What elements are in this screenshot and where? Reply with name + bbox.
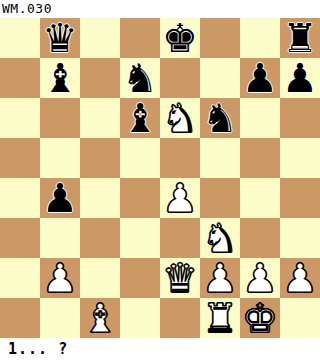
white-pawn-icon: ♟	[162, 178, 198, 218]
square-g5[interactable]	[240, 138, 280, 178]
puzzle-id: WM.030	[2, 1, 52, 16]
square-e2[interactable]: ♛	[160, 258, 200, 298]
square-f1[interactable]: ♜	[200, 298, 240, 338]
black-bishop-icon: ♝	[122, 98, 158, 138]
square-g6[interactable]	[240, 98, 280, 138]
black-pawn-icon: ♟	[282, 58, 318, 98]
square-f2[interactable]: ♟	[200, 258, 240, 298]
square-e5[interactable]	[160, 138, 200, 178]
square-c1[interactable]: ♝	[80, 298, 120, 338]
square-a5[interactable]	[0, 138, 40, 178]
square-a8[interactable]	[0, 18, 40, 58]
square-b7[interactable]: ♝	[40, 58, 80, 98]
white-rook-icon: ♜	[202, 298, 238, 338]
square-h2[interactable]: ♟	[280, 258, 320, 298]
black-pawn-icon: ♟	[42, 178, 78, 218]
statusbar: 1... ?	[0, 338, 320, 360]
square-f4[interactable]	[200, 178, 240, 218]
black-rook-icon: ♜	[282, 18, 318, 58]
white-bishop-icon: ♝	[82, 298, 118, 338]
square-c6[interactable]	[80, 98, 120, 138]
square-c4[interactable]	[80, 178, 120, 218]
white-pawn-icon: ♟	[282, 258, 318, 298]
black-queen-icon: ♛	[42, 18, 78, 58]
square-a4[interactable]	[0, 178, 40, 218]
square-h3[interactable]	[280, 218, 320, 258]
black-pawn-icon: ♟	[242, 58, 278, 98]
square-f6[interactable]: ♞	[200, 98, 240, 138]
square-d7[interactable]: ♞	[120, 58, 160, 98]
square-b4[interactable]: ♟	[40, 178, 80, 218]
square-g8[interactable]	[240, 18, 280, 58]
move-prompt: 1... ?	[8, 340, 68, 358]
square-a1[interactable]	[0, 298, 40, 338]
square-c5[interactable]	[80, 138, 120, 178]
square-e8[interactable]: ♚	[160, 18, 200, 58]
square-h8[interactable]: ♜	[280, 18, 320, 58]
square-c2[interactable]	[80, 258, 120, 298]
square-b2[interactable]: ♟	[40, 258, 80, 298]
square-e7[interactable]	[160, 58, 200, 98]
square-d8[interactable]	[120, 18, 160, 58]
square-e6[interactable]: ♞	[160, 98, 200, 138]
square-e4[interactable]: ♟	[160, 178, 200, 218]
square-a2[interactable]	[0, 258, 40, 298]
square-d4[interactable]	[120, 178, 160, 218]
square-a6[interactable]	[0, 98, 40, 138]
black-king-icon: ♚	[162, 18, 198, 58]
square-g1[interactable]: ♚	[240, 298, 280, 338]
square-b6[interactable]	[40, 98, 80, 138]
white-knight-icon: ♞	[162, 98, 198, 138]
square-a3[interactable]	[0, 218, 40, 258]
black-knight-icon: ♞	[202, 98, 238, 138]
square-f8[interactable]	[200, 18, 240, 58]
white-king-icon: ♚	[242, 298, 278, 338]
square-h5[interactable]	[280, 138, 320, 178]
square-f7[interactable]	[200, 58, 240, 98]
square-b5[interactable]	[40, 138, 80, 178]
square-d3[interactable]	[120, 218, 160, 258]
square-b3[interactable]	[40, 218, 80, 258]
square-h4[interactable]	[280, 178, 320, 218]
white-pawn-icon: ♟	[42, 258, 78, 298]
square-f5[interactable]	[200, 138, 240, 178]
chess-board: ♛♚♜♝♞♟♟♝♞♞♟♟♞♟♛♟♟♟♝♜♚	[0, 18, 320, 338]
square-b8[interactable]: ♛	[40, 18, 80, 58]
square-c3[interactable]	[80, 218, 120, 258]
black-bishop-icon: ♝	[42, 58, 78, 98]
square-h7[interactable]: ♟	[280, 58, 320, 98]
square-g7[interactable]: ♟	[240, 58, 280, 98]
square-d1[interactable]	[120, 298, 160, 338]
white-pawn-icon: ♟	[202, 258, 238, 298]
square-e1[interactable]	[160, 298, 200, 338]
square-e3[interactable]	[160, 218, 200, 258]
square-d5[interactable]	[120, 138, 160, 178]
square-g2[interactable]: ♟	[240, 258, 280, 298]
white-queen-icon: ♛	[162, 258, 198, 298]
black-knight-icon: ♞	[122, 58, 158, 98]
square-d6[interactable]: ♝	[120, 98, 160, 138]
square-c7[interactable]	[80, 58, 120, 98]
square-f3[interactable]: ♞	[200, 218, 240, 258]
square-h1[interactable]	[280, 298, 320, 338]
square-g3[interactable]	[240, 218, 280, 258]
white-knight-icon: ♞	[202, 218, 238, 258]
square-g4[interactable]	[240, 178, 280, 218]
chess-puzzle-window: WM.030 ♛♚♜♝♞♟♟♝♞♞♟♟♞♟♛♟♟♟♝♜♚ 1... ?	[0, 0, 320, 360]
square-c8[interactable]	[80, 18, 120, 58]
square-a7[interactable]	[0, 58, 40, 98]
white-pawn-icon: ♟	[242, 258, 278, 298]
square-h6[interactable]	[280, 98, 320, 138]
square-d2[interactable]	[120, 258, 160, 298]
square-b1[interactable]	[40, 298, 80, 338]
